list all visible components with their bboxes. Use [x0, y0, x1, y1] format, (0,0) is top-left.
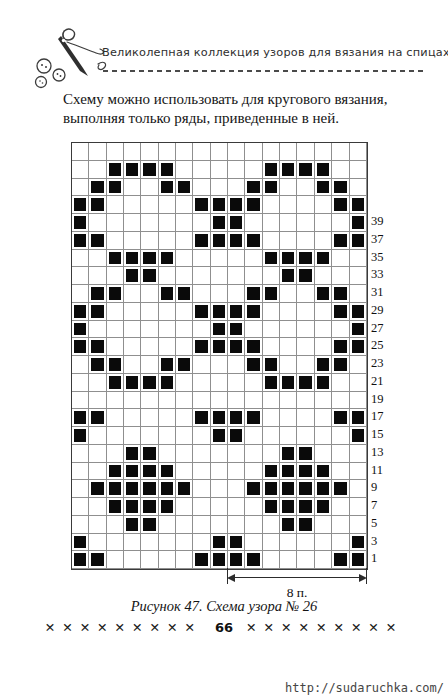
chart-cell-r10-c8 [193, 303, 210, 321]
chart-cell-r11-c9 [211, 321, 228, 339]
chart-cell-r24-c1 [72, 551, 89, 569]
chart-cell-r2-c8 [193, 161, 210, 179]
chart-cell-r11-c13 [280, 321, 297, 339]
chart-cell-r1-c11 [245, 143, 262, 161]
chart-cell-r5-c7 [176, 214, 193, 232]
chart-cell-r19-c7 [176, 463, 193, 481]
chart-cell-r16-c14 [297, 409, 314, 427]
chart-cell-r6-c2 [89, 232, 106, 250]
chart-cell-r2-c1 [72, 161, 89, 179]
chart-cell-r21-c10 [228, 498, 245, 516]
chart-cell-r12-c11 [245, 338, 262, 356]
chart-cell-r8-c2 [89, 267, 106, 285]
chart-cell-r21-c2 [89, 498, 106, 516]
chart-cell-r23-c2 [89, 534, 106, 552]
chart-cell-r1-c4 [124, 143, 141, 161]
chart-cell-r17-c17 [350, 427, 367, 445]
chart-cell-r19-c17 [350, 463, 367, 481]
chart-cell-r4-c9 [211, 196, 228, 214]
chart-cell-r20-c11 [245, 480, 262, 498]
chart-cell-r11-c14 [297, 321, 314, 339]
chart-cell-r20-c14 [297, 480, 314, 498]
chart-cell-r17-c8 [193, 427, 210, 445]
chart-cell-r22-c11 [245, 516, 262, 534]
chart-cell-r13-c1 [72, 356, 89, 374]
chart-cell-r6-c12 [263, 232, 280, 250]
chart-cell-r15-c1 [72, 392, 89, 410]
chart-cell-r5-c16 [332, 214, 349, 232]
chart-cell-r19-c16 [332, 463, 349, 481]
chart-cell-r7-c6 [159, 250, 176, 268]
chart-cell-r24-c3 [107, 551, 124, 569]
chart-cell-r18-c12 [263, 445, 280, 463]
chart-cell-r10-c4 [124, 303, 141, 321]
chart-cell-r24-c14 [297, 551, 314, 569]
chart-cell-r18-c16 [332, 445, 349, 463]
chart-cell-r11-c12 [263, 321, 280, 339]
chart-cell-r20-c13 [280, 480, 297, 498]
chart-cell-r6-c17 [350, 232, 367, 250]
chart-cell-r11-c4 [124, 321, 141, 339]
chart-cell-r16-c1 [72, 409, 89, 427]
chart-cell-r20-c10 [228, 480, 245, 498]
chart-cell-r15-c4 [124, 392, 141, 410]
chart-cell-r7-c16 [332, 250, 349, 268]
chart-cell-r7-c8 [193, 250, 210, 268]
chart-cell-r16-c5 [141, 409, 158, 427]
header-dashed-divider [103, 70, 425, 72]
chart-cell-r3-c17 [350, 179, 367, 197]
chart-cell-r9-c14 [297, 285, 314, 303]
chart-cell-r14-c1 [72, 374, 89, 392]
chart-cell-r17-c12 [263, 427, 280, 445]
chart-cell-r20-c16 [332, 480, 349, 498]
chart-cell-r7-c9 [211, 250, 228, 268]
chart-cell-r23-c14 [297, 534, 314, 552]
chart-cell-r8-c10 [228, 267, 245, 285]
row-label-31: 31 [371, 284, 395, 302]
chart-cell-r22-c9 [211, 516, 228, 534]
chart-cell-r18-c1 [72, 445, 89, 463]
chart-cell-r3-c7 [176, 179, 193, 197]
knitting-chart-grid [71, 142, 368, 570]
chart-cell-r24-c8 [193, 551, 210, 569]
chart-cell-r23-c5 [141, 534, 158, 552]
chart-cell-r4-c6 [159, 196, 176, 214]
chart-cell-r9-c12 [263, 285, 280, 303]
chart-cell-r1-c14 [297, 143, 314, 161]
chart-cell-r3-c16 [332, 179, 349, 197]
chart-cell-r16-c17 [350, 409, 367, 427]
chart-cell-r21-c16 [332, 498, 349, 516]
chart-cell-r18-c4 [124, 445, 141, 463]
chart-cell-r14-c13 [280, 374, 297, 392]
chart-cell-r12-c8 [193, 338, 210, 356]
chart-cell-r4-c4 [124, 196, 141, 214]
row-label-3: 3 [371, 533, 395, 551]
chart-cell-r23-c3 [107, 534, 124, 552]
chart-cell-r19-c11 [245, 463, 262, 481]
chart-cell-r24-c10 [228, 551, 245, 569]
chart-cell-r3-c12 [263, 179, 280, 197]
chart-cell-r23-c16 [332, 534, 349, 552]
chart-cell-r4-c7 [176, 196, 193, 214]
chart-cell-r19-c4 [124, 463, 141, 481]
chart-cell-r17-c10 [228, 427, 245, 445]
chart-cell-r3-c4 [124, 179, 141, 197]
chart-cell-r6-c1 [72, 232, 89, 250]
chart-cell-r17-c5 [141, 427, 158, 445]
chart-cell-r12-c6 [159, 338, 176, 356]
chart-cell-r22-c17 [350, 516, 367, 534]
chart-cell-r21-c6 [159, 498, 176, 516]
chart-cell-r18-c7 [176, 445, 193, 463]
chart-cell-r6-c14 [297, 232, 314, 250]
chart-cell-r13-c12 [263, 356, 280, 374]
chart-cell-r2-c7 [176, 161, 193, 179]
chart-cell-r15-c12 [263, 392, 280, 410]
chart-cell-r11-c5 [141, 321, 158, 339]
chart-cell-r5-c4 [124, 214, 141, 232]
chart-cell-r21-c4 [124, 498, 141, 516]
chart-cell-r20-c2 [89, 480, 106, 498]
chart-cell-r3-c2 [89, 179, 106, 197]
chart-cell-r17-c4 [124, 427, 141, 445]
chart-cell-r15-c17 [350, 392, 367, 410]
chart-cell-r5-c3 [107, 214, 124, 232]
chart-cell-r5-c12 [263, 214, 280, 232]
chart-cell-r16-c12 [263, 409, 280, 427]
row-label-9: 9 [371, 479, 395, 497]
chart-cell-r17-c6 [159, 427, 176, 445]
chart-cell-r11-c2 [89, 321, 106, 339]
chart-cell-r14-c15 [315, 374, 332, 392]
chart-cell-r19-c3 [107, 463, 124, 481]
chart-cell-r12-c12 [263, 338, 280, 356]
chart-cell-r14-c7 [176, 374, 193, 392]
chart-cell-r9-c16 [332, 285, 349, 303]
row-label-15: 15 [371, 426, 395, 444]
chart-cell-r24-c15 [315, 551, 332, 569]
chart-cell-r21-c17 [350, 498, 367, 516]
row-label-35: 35 [371, 249, 395, 267]
chart-cell-r1-c15 [315, 143, 332, 161]
chart-cell-r17-c2 [89, 427, 106, 445]
chart-cell-r10-c5 [141, 303, 158, 321]
chart-cell-r1-c7 [176, 143, 193, 161]
chart-cell-r2-c15 [315, 161, 332, 179]
chart-cell-r13-c16 [332, 356, 349, 374]
chart-cell-r16-c16 [332, 409, 349, 427]
chart-cell-r6-c10 [228, 232, 245, 250]
chart-cell-r9-c4 [124, 285, 141, 303]
row-label-37: 37 [371, 231, 395, 249]
chart-cell-r3-c10 [228, 179, 245, 197]
chart-cell-r2-c13 [280, 161, 297, 179]
chart-cell-r9-c8 [193, 285, 210, 303]
chart-cell-r22-c10 [228, 516, 245, 534]
chart-cell-r10-c9 [211, 303, 228, 321]
chart-cell-r10-c12 [263, 303, 280, 321]
chart-cell-r7-c17 [350, 250, 367, 268]
chart-cell-r21-c12 [263, 498, 280, 516]
chart-cell-r24-c9 [211, 551, 228, 569]
chart-cell-r13-c9 [211, 356, 228, 374]
chart-cell-r1-c2 [89, 143, 106, 161]
chart-cell-r22-c13 [280, 516, 297, 534]
website-watermark: http://sudaruchka.com/ [285, 681, 444, 695]
chart-cell-r5-c5 [141, 214, 158, 232]
chart-cell-r2-c11 [245, 161, 262, 179]
chart-cell-r21-c11 [245, 498, 262, 516]
chart-cell-r19-c14 [297, 463, 314, 481]
chart-cell-r14-c9 [211, 374, 228, 392]
chart-cell-r14-c12 [263, 374, 280, 392]
chart-cell-r23-c9 [211, 534, 228, 552]
chart-cell-r19-c9 [211, 463, 228, 481]
rapport-arrowhead-left [227, 574, 235, 582]
chart-cell-r16-c15 [315, 409, 332, 427]
chart-cell-r8-c8 [193, 267, 210, 285]
chart-cell-r2-c2 [89, 161, 106, 179]
chart-cell-r8-c13 [280, 267, 297, 285]
chart-cell-r18-c13 [280, 445, 297, 463]
chart-cell-r19-c13 [280, 463, 297, 481]
chart-cell-r23-c13 [280, 534, 297, 552]
chart-cell-r16-c10 [228, 409, 245, 427]
chart-cell-r4-c15 [315, 196, 332, 214]
chart-cell-r9-c9 [211, 285, 228, 303]
chart-cell-r11-c8 [193, 321, 210, 339]
ornament-chain-left: ✕✕✕✕✕✕✕✕✕ [45, 620, 202, 635]
chart-cell-r15-c9 [211, 392, 228, 410]
chart-cell-r1-c12 [263, 143, 280, 161]
chart-cell-r19-c5 [141, 463, 158, 481]
chart-cell-r22-c14 [297, 516, 314, 534]
chart-cell-r12-c3 [107, 338, 124, 356]
chart-cell-r7-c10 [228, 250, 245, 268]
row-label-17: 17 [371, 408, 395, 426]
chart-cell-r3-c11 [245, 179, 262, 197]
chart-cell-r4-c3 [107, 196, 124, 214]
chart-cell-r7-c12 [263, 250, 280, 268]
chart-cell-r12-c2 [89, 338, 106, 356]
chart-cell-r2-c10 [228, 161, 245, 179]
chart-cell-r2-c12 [263, 161, 280, 179]
chart-cell-r10-c14 [297, 303, 314, 321]
chart-cell-r4-c16 [332, 196, 349, 214]
chart-cell-r15-c15 [315, 392, 332, 410]
instruction-line-2: выполняя только ряды, приведенные в ней. [63, 109, 423, 128]
chart-cell-r5-c2 [89, 214, 106, 232]
chart-cell-r9-c11 [245, 285, 262, 303]
chart-cell-r3-c5 [141, 179, 158, 197]
chart-cell-r14-c17 [350, 374, 367, 392]
chart-cell-r9-c3 [107, 285, 124, 303]
chart-cell-r15-c5 [141, 392, 158, 410]
chart-cell-r10-c16 [332, 303, 349, 321]
chart-cell-r8-c5 [141, 267, 158, 285]
chart-cell-r6-c5 [141, 232, 158, 250]
chart-cell-r5-c10 [228, 214, 245, 232]
chart-cell-r21-c5 [141, 498, 158, 516]
instruction-line-1: Схему можно использовать для кругового в… [63, 90, 423, 109]
chart-cell-r19-c6 [159, 463, 176, 481]
chart-cell-r19-c1 [72, 463, 89, 481]
chart-cell-r7-c2 [89, 250, 106, 268]
chart-cell-r13-c17 [350, 356, 367, 374]
chart-cell-r10-c11 [245, 303, 262, 321]
chart-cell-r10-c1 [72, 303, 89, 321]
chart-cell-r1-c16 [332, 143, 349, 161]
chart-cell-r17-c13 [280, 427, 297, 445]
chart-cell-r20-c17 [350, 480, 367, 498]
chart-cell-r1-c6 [159, 143, 176, 161]
row-number-column: 39373533312927252321191715131197531 [371, 213, 395, 568]
chart-cell-r16-c7 [176, 409, 193, 427]
chart-cell-r22-c2 [89, 516, 106, 534]
chart-cell-r4-c2 [89, 196, 106, 214]
chart-cell-r14-c5 [141, 374, 158, 392]
chart-cell-r7-c14 [297, 250, 314, 268]
chart-cell-r3-c14 [297, 179, 314, 197]
chart-cell-r17-c9 [211, 427, 228, 445]
chart-cell-r11-c7 [176, 321, 193, 339]
chart-cell-r14-c11 [245, 374, 262, 392]
chart-cell-r4-c1 [72, 196, 89, 214]
chart-cell-r24-c11 [245, 551, 262, 569]
chart-cell-r16-c6 [159, 409, 176, 427]
chart-cell-r10-c3 [107, 303, 124, 321]
chart-cell-r19-c15 [315, 463, 332, 481]
chart-cell-r12-c17 [350, 338, 367, 356]
chart-cell-r2-c16 [332, 161, 349, 179]
chart-cell-r12-c14 [297, 338, 314, 356]
chart-cell-r18-c15 [315, 445, 332, 463]
chart-cell-r15-c7 [176, 392, 193, 410]
chart-cell-r23-c8 [193, 534, 210, 552]
chart-cell-r4-c5 [141, 196, 158, 214]
chart-cell-r9-c1 [72, 285, 89, 303]
chart-cell-r10-c7 [176, 303, 193, 321]
chart-cell-r17-c14 [297, 427, 314, 445]
chart-cell-r1-c17 [350, 143, 367, 161]
chart-cell-r18-c10 [228, 445, 245, 463]
chart-cell-r7-c13 [280, 250, 297, 268]
chart-cell-r23-c12 [263, 534, 280, 552]
chart-cell-r14-c10 [228, 374, 245, 392]
chart-cell-r15-c10 [228, 392, 245, 410]
chart-cell-r15-c3 [107, 392, 124, 410]
chart-cell-r17-c15 [315, 427, 332, 445]
chart-cell-r4-c10 [228, 196, 245, 214]
chart-cell-r3-c15 [315, 179, 332, 197]
chart-cell-r20-c8 [193, 480, 210, 498]
chart-cell-r12-c5 [141, 338, 158, 356]
chart-cell-r3-c9 [211, 179, 228, 197]
chart-cell-r13-c10 [228, 356, 245, 374]
chart-cell-r6-c4 [124, 232, 141, 250]
chart-cell-r24-c16 [332, 551, 349, 569]
chart-cell-r24-c5 [141, 551, 158, 569]
chart-cell-r10-c15 [315, 303, 332, 321]
chart-cell-r21-c14 [297, 498, 314, 516]
chart-cell-r20-c3 [107, 480, 124, 498]
chart-cell-r11-c1 [72, 321, 89, 339]
chart-cell-r14-c16 [332, 374, 349, 392]
row-label-29: 29 [371, 302, 395, 320]
chart-cell-r18-c11 [245, 445, 262, 463]
row-label-21: 21 [371, 373, 395, 391]
chart-cell-r8-c11 [245, 267, 262, 285]
chart-cell-r6-c6 [159, 232, 176, 250]
chart-cell-r20-c4 [124, 480, 141, 498]
chart-cell-r13-c8 [193, 356, 210, 374]
chart-cell-r12-c1 [72, 338, 89, 356]
chart-cell-r10-c6 [159, 303, 176, 321]
chart-cell-r23-c17 [350, 534, 367, 552]
chart-cell-r8-c7 [176, 267, 193, 285]
chart-cell-r5-c1 [72, 214, 89, 232]
chart-cell-r17-c16 [332, 427, 349, 445]
chart-cell-r21-c7 [176, 498, 193, 516]
chart-cell-r12-c15 [315, 338, 332, 356]
chart-cell-r20-c7 [176, 480, 193, 498]
row-label-7: 7 [371, 497, 395, 515]
chart-cell-r24-c6 [159, 551, 176, 569]
chart-cell-r2-c5 [141, 161, 158, 179]
chart-cell-r21-c9 [211, 498, 228, 516]
chart-cell-r4-c17 [350, 196, 367, 214]
chart-cell-r12-c13 [280, 338, 297, 356]
chart-cell-r7-c4 [124, 250, 141, 268]
chart-cell-r15-c11 [245, 392, 262, 410]
chart-cell-r10-c13 [280, 303, 297, 321]
chart-cell-r15-c16 [332, 392, 349, 410]
chart-cell-r24-c17 [350, 551, 367, 569]
chart-cell-r23-c4 [124, 534, 141, 552]
chart-cell-r5-c9 [211, 214, 228, 232]
chart-cell-r9-c10 [228, 285, 245, 303]
figure-caption: Рисунок 47. Схема узора № 26 [0, 598, 448, 615]
chart-cell-r12-c10 [228, 338, 245, 356]
chart-cell-r11-c3 [107, 321, 124, 339]
page-number: 66 [215, 620, 233, 635]
row-label-33: 33 [371, 266, 395, 284]
chart-cell-r6-c7 [176, 232, 193, 250]
chart-cell-r2-c17 [350, 161, 367, 179]
chart-cell-r5-c17 [350, 214, 367, 232]
chart-cell-r21-c8 [193, 498, 210, 516]
row-label-1: 1 [371, 550, 395, 568]
chart-cell-r11-c15 [315, 321, 332, 339]
footer-ornament-row: ✕✕✕✕✕✕✕✕✕ 66 ✕✕✕✕✕✕✕✕✕ [0, 620, 448, 635]
chart-cell-r13-c2 [89, 356, 106, 374]
chart-cell-r17-c11 [245, 427, 262, 445]
chart-cell-r20-c15 [315, 480, 332, 498]
chart-cell-r18-c9 [211, 445, 228, 463]
chart-cell-r18-c17 [350, 445, 367, 463]
chart-cell-r3-c8 [193, 179, 210, 197]
chart-cell-r1-c3 [107, 143, 124, 161]
chart-cell-r21-c3 [107, 498, 124, 516]
chart-cell-r11-c17 [350, 321, 367, 339]
chart-cell-r1-c1 [72, 143, 89, 161]
chart-cell-r16-c9 [211, 409, 228, 427]
chart-cell-r13-c14 [297, 356, 314, 374]
chart-cell-r7-c1 [72, 250, 89, 268]
chart-cell-r20-c1 [72, 480, 89, 498]
